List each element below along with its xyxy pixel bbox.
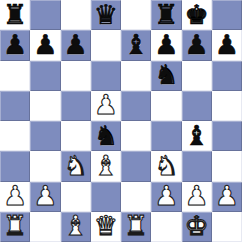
square-c8[interactable] — [61, 0, 91, 30]
piece-white-pawn[interactable]: ♟ — [215, 182, 239, 211]
square-f2[interactable]: ♟ — [151, 182, 181, 212]
square-a2[interactable]: ♟ — [0, 182, 30, 212]
square-f3[interactable]: ♞ — [151, 151, 181, 181]
chess-board: ♜♛♜♚♟♟♟♝♟♟♟♞♟♞♝♞♝♞♟♟♟♟♟♜♝♛♜♚ — [0, 0, 242, 242]
piece-black-pawn[interactable]: ♟ — [185, 31, 209, 60]
square-g4[interactable]: ♝ — [182, 121, 212, 151]
square-d7[interactable] — [91, 30, 121, 60]
square-b4[interactable] — [30, 121, 60, 151]
square-f5[interactable] — [151, 91, 181, 121]
square-f7[interactable]: ♟ — [151, 30, 181, 60]
square-d1[interactable]: ♛ — [91, 212, 121, 242]
square-a8[interactable]: ♜ — [0, 0, 30, 30]
piece-black-pawn[interactable]: ♟ — [33, 31, 57, 60]
square-b6[interactable] — [30, 61, 60, 91]
piece-black-pawn[interactable]: ♟ — [3, 31, 27, 60]
square-h6[interactable] — [212, 61, 242, 91]
square-b2[interactable]: ♟ — [30, 182, 60, 212]
piece-white-pawn[interactable]: ♟ — [154, 182, 178, 211]
square-h2[interactable]: ♟ — [212, 182, 242, 212]
square-e4[interactable] — [121, 121, 151, 151]
piece-white-pawn[interactable]: ♟ — [94, 91, 118, 120]
square-c3[interactable]: ♞ — [61, 151, 91, 181]
piece-black-pawn[interactable]: ♟ — [64, 31, 88, 60]
square-a6[interactable] — [0, 61, 30, 91]
piece-white-bishop[interactable]: ♝ — [94, 152, 118, 181]
square-g5[interactable] — [182, 91, 212, 121]
square-b5[interactable] — [30, 91, 60, 121]
piece-black-rook[interactable]: ♜ — [3, 1, 27, 30]
square-b3[interactable] — [30, 151, 60, 181]
square-h8[interactable] — [212, 0, 242, 30]
piece-white-pawn[interactable]: ♟ — [185, 182, 209, 211]
piece-black-king[interactable]: ♚ — [185, 1, 209, 30]
piece-black-bishop[interactable]: ♝ — [185, 122, 209, 151]
piece-white-knight[interactable]: ♞ — [154, 152, 178, 181]
square-c7[interactable]: ♟ — [61, 30, 91, 60]
square-f4[interactable] — [151, 121, 181, 151]
square-g6[interactable] — [182, 61, 212, 91]
square-h4[interactable] — [212, 121, 242, 151]
square-f8[interactable]: ♜ — [151, 0, 181, 30]
piece-white-knight[interactable]: ♞ — [64, 152, 88, 181]
piece-white-pawn[interactable]: ♟ — [3, 182, 27, 211]
piece-white-king[interactable]: ♚ — [185, 212, 209, 241]
square-g1[interactable]: ♚ — [182, 212, 212, 242]
square-g3[interactable] — [182, 151, 212, 181]
piece-white-bishop[interactable]: ♝ — [64, 212, 88, 241]
piece-black-queen[interactable]: ♛ — [94, 1, 118, 30]
square-h3[interactable] — [212, 151, 242, 181]
square-g8[interactable]: ♚ — [182, 0, 212, 30]
piece-black-knight[interactable]: ♞ — [154, 61, 178, 90]
square-d2[interactable] — [91, 182, 121, 212]
square-h5[interactable] — [212, 91, 242, 121]
square-f1[interactable] — [151, 212, 181, 242]
square-a1[interactable]: ♜ — [0, 212, 30, 242]
square-b8[interactable] — [30, 0, 60, 30]
piece-white-queen[interactable]: ♛ — [94, 212, 118, 241]
square-a5[interactable] — [0, 91, 30, 121]
square-e5[interactable] — [121, 91, 151, 121]
square-c6[interactable] — [61, 61, 91, 91]
square-e7[interactable]: ♝ — [121, 30, 151, 60]
square-h7[interactable]: ♟ — [212, 30, 242, 60]
square-d8[interactable]: ♛ — [91, 0, 121, 30]
square-c5[interactable] — [61, 91, 91, 121]
piece-white-rook[interactable]: ♜ — [3, 212, 27, 241]
square-g7[interactable]: ♟ — [182, 30, 212, 60]
square-h1[interactable] — [212, 212, 242, 242]
square-b1[interactable] — [30, 212, 60, 242]
piece-black-bishop[interactable]: ♝ — [124, 31, 148, 60]
piece-black-pawn[interactable]: ♟ — [154, 31, 178, 60]
square-d3[interactable]: ♝ — [91, 151, 121, 181]
square-g2[interactable]: ♟ — [182, 182, 212, 212]
square-a4[interactable] — [0, 121, 30, 151]
piece-black-pawn[interactable]: ♟ — [215, 31, 239, 60]
square-b7[interactable]: ♟ — [30, 30, 60, 60]
square-e6[interactable] — [121, 61, 151, 91]
square-f6[interactable]: ♞ — [151, 61, 181, 91]
square-e2[interactable] — [121, 182, 151, 212]
square-d6[interactable] — [91, 61, 121, 91]
square-e8[interactable] — [121, 0, 151, 30]
piece-black-rook[interactable]: ♜ — [154, 1, 178, 30]
piece-black-knight[interactable]: ♞ — [94, 122, 118, 151]
square-d4[interactable]: ♞ — [91, 121, 121, 151]
square-a3[interactable] — [0, 151, 30, 181]
square-a7[interactable]: ♟ — [0, 30, 30, 60]
square-d5[interactable]: ♟ — [91, 91, 121, 121]
piece-white-rook[interactable]: ♜ — [124, 212, 148, 241]
square-c4[interactable] — [61, 121, 91, 151]
square-e1[interactable]: ♜ — [121, 212, 151, 242]
square-c1[interactable]: ♝ — [61, 212, 91, 242]
square-c2[interactable] — [61, 182, 91, 212]
square-e3[interactable] — [121, 151, 151, 181]
piece-white-pawn[interactable]: ♟ — [33, 182, 57, 211]
